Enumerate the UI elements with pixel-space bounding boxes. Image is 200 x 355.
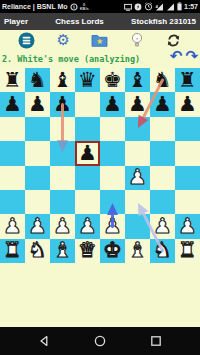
carrier-label: Reliance | BSNL Mo: [2, 3, 68, 10]
recents-icon[interactable]: [150, 335, 162, 347]
square-b6[interactable]: [25, 117, 50, 141]
piece-black-pawn: ♟: [53, 94, 72, 115]
piece-white-queen: ♛: [78, 240, 97, 261]
clock-label: 1:57: [184, 3, 198, 10]
square-c2[interactable]: ♟: [50, 214, 75, 238]
piece-black-rook: ♜: [3, 70, 22, 91]
home-icon[interactable]: [94, 335, 106, 347]
square-h4[interactable]: [175, 166, 200, 190]
piece-black-pawn: ♟: [3, 94, 22, 115]
square-a4[interactable]: [0, 166, 25, 190]
piece-black-pawn: ♟: [178, 94, 197, 115]
square-h7[interactable]: ♟: [175, 92, 200, 116]
square-e5[interactable]: [100, 141, 125, 165]
square-a2[interactable]: ♟: [0, 214, 25, 238]
svg-text:★: ★: [96, 37, 103, 46]
back-icon[interactable]: [38, 335, 50, 347]
piece-black-bishop: ♝: [53, 70, 72, 91]
undo-icon[interactable]: ↶: [170, 49, 183, 64]
square-f4[interactable]: ♟: [125, 166, 150, 190]
piece-black-pawn: ♟: [128, 94, 147, 115]
square-e7[interactable]: ♟: [100, 92, 125, 116]
piece-white-pawn: ♟: [78, 216, 97, 237]
square-c1[interactable]: ♝: [50, 239, 75, 263]
piece-black-pawn: ♟: [28, 94, 47, 115]
data-saver-icon: [70, 3, 78, 11]
square-f6[interactable]: [125, 117, 150, 141]
square-h8[interactable]: ♜: [175, 68, 200, 92]
square-d1[interactable]: ♛: [75, 239, 100, 263]
sync-icon: [166, 33, 181, 48]
black-player-label: Stockfish 231015: [131, 17, 196, 26]
signal-4g-icon: 4: [155, 3, 164, 11]
square-e4[interactable]: [100, 166, 125, 190]
square-b3[interactable]: [25, 190, 50, 214]
battery-icon: [177, 2, 182, 11]
undo-redo-group: ↶ ↷: [170, 49, 198, 64]
square-a7[interactable]: ♟: [0, 92, 25, 116]
piece-white-knight: ♞: [153, 240, 172, 261]
square-h5[interactable]: [175, 141, 200, 165]
square-c6[interactable]: [50, 117, 75, 141]
square-f5[interactable]: [125, 141, 150, 165]
square-f7[interactable]: ♟: [125, 92, 150, 116]
piece-black-knight: ♞: [28, 70, 47, 91]
piece-black-rook: ♜: [178, 70, 197, 91]
move-status-line: 2. White's move (analyzing) ↶ ↷: [0, 50, 200, 68]
square-d3[interactable]: [75, 190, 100, 214]
square-d7[interactable]: [75, 92, 100, 116]
piece-white-pawn: ♟: [53, 216, 72, 237]
square-b7[interactable]: ♟: [25, 92, 50, 116]
screen-icon: [124, 3, 132, 11]
square-b8[interactable]: ♞: [25, 68, 50, 92]
piece-white-knight: ♞: [28, 240, 47, 261]
square-g2[interactable]: ♟: [150, 214, 175, 238]
square-a5[interactable]: [0, 141, 25, 165]
piece-black-bishop: ♝: [128, 70, 147, 91]
piece-black-pawn: ♟: [103, 94, 122, 115]
square-f3[interactable]: [125, 190, 150, 214]
piece-white-pawn: ♟: [28, 216, 47, 237]
square-e3[interactable]: [100, 190, 125, 214]
piece-black-king: ♚: [103, 70, 122, 91]
square-e1[interactable]: ♚: [100, 239, 125, 263]
piece-black-pawn: ♟: [153, 94, 172, 115]
messenger-icon: [134, 3, 142, 11]
square-c8[interactable]: ♝: [50, 68, 75, 92]
square-f2[interactable]: [125, 214, 150, 238]
square-a6[interactable]: [0, 117, 25, 141]
svg-text:4: 4: [155, 3, 158, 8]
piece-white-pawn: ♟: [3, 216, 22, 237]
square-d6[interactable]: [75, 117, 100, 141]
square-a8[interactable]: ♜: [0, 68, 25, 92]
bulb-icon: [131, 32, 143, 48]
move-status-text: 2. White's move (analyzing): [2, 54, 140, 64]
piece-white-bishop: ♝: [53, 240, 72, 261]
square-f8[interactable]: ♝: [125, 68, 150, 92]
square-e8[interactable]: ♚: [100, 68, 125, 92]
square-g7[interactable]: ♟: [150, 92, 175, 116]
piece-white-pawn: ♟: [103, 216, 122, 237]
hint-icon[interactable]: [127, 31, 147, 49]
square-c3[interactable]: [50, 190, 75, 214]
square-c4[interactable]: [50, 166, 75, 190]
piece-white-king: ♚: [103, 240, 122, 261]
square-g5[interactable]: [150, 141, 175, 165]
square-h6[interactable]: [175, 117, 200, 141]
open-folder-icon[interactable]: ★: [90, 31, 110, 49]
square-h1[interactable]: ♜: [175, 239, 200, 263]
square-a1[interactable]: ♜: [0, 239, 25, 263]
android-status-bar: Reliance | BSNL Mo 0KB/s 4 1:57: [0, 0, 200, 13]
network-speed-icon: 0KB/s: [80, 3, 89, 11]
app-title: Chess Lords: [55, 17, 103, 26]
square-g3[interactable]: [150, 190, 175, 214]
piece-black-pawn: ♟: [78, 143, 97, 164]
square-b1[interactable]: ♞: [25, 239, 50, 263]
square-d2[interactable]: ♟: [75, 214, 100, 238]
piece-white-rook: ♜: [178, 240, 197, 261]
menu-circle-icon: [18, 32, 35, 49]
piece-black-knight: ♞: [153, 70, 172, 91]
background-area: [0, 263, 200, 327]
board-grid: ♜♞♝♛♚♝♞♜♟♟♟♟♟♟♟♟♟♟♟♟♟♟♟♟♜♞♝♛♚♝♞♜: [0, 68, 200, 263]
square-b5[interactable]: [25, 141, 50, 165]
square-c7[interactable]: ♟: [50, 92, 75, 116]
piece-white-pawn: ♟: [128, 167, 147, 188]
square-d8[interactable]: ♛: [75, 68, 100, 92]
square-e2[interactable]: ♟: [100, 214, 125, 238]
game-header-bar: Player Chess Lords Stockfish 231015: [0, 13, 200, 30]
piece-white-pawn: ♟: [153, 216, 172, 237]
square-b2[interactable]: ♟: [25, 214, 50, 238]
square-g8[interactable]: ♞: [150, 68, 175, 92]
square-e6[interactable]: [100, 117, 125, 141]
piece-black-queen: ♛: [78, 70, 97, 91]
square-g1[interactable]: ♞: [150, 239, 175, 263]
square-d4[interactable]: [75, 166, 100, 190]
piece-white-bishop: ♝: [128, 240, 147, 261]
signal-icon: [166, 3, 175, 11]
square-f1[interactable]: ♝: [125, 239, 150, 263]
square-h3[interactable]: [175, 190, 200, 214]
menu-icon[interactable]: [16, 31, 36, 49]
square-g6[interactable]: [150, 117, 175, 141]
alarm-icon: [144, 2, 153, 11]
square-h2[interactable]: ♟: [175, 214, 200, 238]
white-player-label: Player: [4, 17, 28, 26]
piece-white-rook: ♜: [3, 240, 22, 261]
android-nav-bar: [0, 327, 200, 355]
gear-icon: ⚙: [56, 33, 69, 48]
square-a3[interactable]: [0, 190, 25, 214]
folder-star-icon: ★: [91, 33, 108, 47]
redo-icon[interactable]: ↷: [185, 49, 198, 64]
square-b4[interactable]: [25, 166, 50, 190]
chess-board: ♜♞♝♛♚♝♞♜♟♟♟♟♟♟♟♟♟♟♟♟♟♟♟♟♜♞♝♛♚♝♞♜: [0, 68, 200, 263]
square-c5[interactable]: [50, 141, 75, 165]
square-g4[interactable]: [150, 166, 175, 190]
piece-white-pawn: ♟: [178, 216, 197, 237]
square-d5[interactable]: ♟: [75, 141, 100, 165]
settings-icon[interactable]: ⚙: [53, 31, 73, 49]
